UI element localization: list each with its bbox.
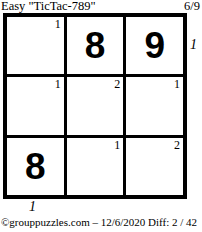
puzzle-page: Easy "TicTac-789" 6/9 189121812 1 1 ©gro… bbox=[0, 0, 202, 232]
corner-clue: 1 bbox=[55, 17, 61, 31]
tictac-board: 189121812 bbox=[3, 13, 187, 199]
given-digit: 8 bbox=[85, 27, 106, 64]
cell-r3c3[interactable]: 2 bbox=[126, 138, 183, 195]
cell-r3c2[interactable]: 1 bbox=[67, 138, 124, 195]
cell-r3c1[interactable]: 8 bbox=[7, 138, 64, 195]
corner-clue: 1 bbox=[174, 77, 180, 91]
col1-bottom-label: 1 bbox=[29, 199, 36, 215]
footer-credit: ©grouppuzzles.com – 12/6/2020 Diff: 2 / … bbox=[1, 216, 197, 228]
cell-r2c2[interactable]: 2 bbox=[67, 77, 124, 134]
row1-right-label: 1 bbox=[190, 37, 197, 53]
puzzle-progress: 6/9 bbox=[184, 0, 200, 14]
cell-r2c1[interactable]: 1 bbox=[7, 77, 64, 134]
corner-clue: 1 bbox=[55, 77, 61, 91]
given-digit: 8 bbox=[25, 148, 46, 185]
corner-clue: 2 bbox=[114, 77, 120, 91]
corner-clue: 2 bbox=[174, 138, 180, 152]
cell-r1c1[interactable]: 1 bbox=[7, 17, 64, 74]
corner-clue: 1 bbox=[114, 138, 120, 152]
cell-r1c2[interactable]: 8 bbox=[67, 17, 124, 74]
cell-r2c3[interactable]: 1 bbox=[126, 77, 183, 134]
puzzle-title: Easy "TicTac-789" bbox=[1, 0, 96, 14]
given-digit: 9 bbox=[144, 27, 165, 64]
cell-r1c3[interactable]: 9 bbox=[126, 17, 183, 74]
